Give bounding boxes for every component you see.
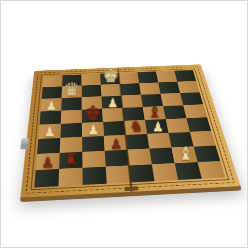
square-b2[interactable]: ♜	[59, 152, 82, 169]
square-d4[interactable]	[103, 121, 126, 136]
square-c1[interactable]	[82, 167, 106, 185]
square-e7[interactable]	[120, 83, 141, 95]
square-e3[interactable]	[126, 134, 150, 150]
square-h8[interactable]	[174, 70, 196, 82]
square-e4[interactable]: ♞	[124, 120, 147, 135]
square-h5[interactable]	[183, 104, 207, 118]
square-b1[interactable]	[59, 168, 83, 186]
piece-white-pawn-a6[interactable]: ♟	[45, 99, 56, 112]
square-d5[interactable]	[102, 108, 124, 122]
square-d1[interactable]	[106, 166, 131, 184]
piece-white-pawn-d6[interactable]: ♟	[107, 96, 118, 109]
square-f2[interactable]	[149, 148, 174, 165]
square-f1[interactable]	[152, 163, 178, 181]
square-d3[interactable]: ♟	[104, 135, 127, 151]
square-f7[interactable]	[139, 82, 160, 94]
square-a1[interactable]	[34, 169, 59, 187]
square-h4[interactable]	[186, 117, 211, 132]
square-d8[interactable]: ♚	[100, 73, 120, 85]
square-a5[interactable]	[39, 111, 61, 125]
square-e6[interactable]	[121, 95, 143, 108]
square-a3[interactable]	[37, 138, 60, 154]
piece-red-rook-b2[interactable]: ♜	[63, 152, 78, 169]
piece-white-pawn-f4[interactable]: ♟	[152, 121, 164, 134]
board-hinge	[124, 186, 138, 191]
square-e8[interactable]	[119, 72, 139, 84]
square-a8[interactable]	[43, 75, 63, 87]
square-c5[interactable]: ♚	[82, 109, 103, 123]
piece-red-bishop-f5[interactable]: ♝	[148, 104, 162, 120]
piece-red-king-c5[interactable]: ♚	[83, 103, 101, 123]
square-h7[interactable]	[177, 81, 199, 93]
square-b5[interactable]	[61, 110, 82, 124]
square-h6[interactable]	[180, 92, 203, 105]
piece-white-pawn-a4[interactable]: ♟	[43, 125, 55, 138]
square-b6[interactable]	[61, 97, 82, 110]
board-wooden-frame: ♚♛♟♟♚♝♟♟♞♟♟♟♜♝	[20, 64, 240, 197]
square-h3[interactable]	[190, 131, 216, 147]
square-e2[interactable]	[127, 149, 152, 166]
square-g4[interactable]	[166, 118, 190, 133]
square-b4[interactable]	[60, 123, 82, 138]
square-c3[interactable]	[82, 136, 105, 152]
square-c2[interactable]	[82, 151, 105, 168]
square-a2[interactable]: ♟	[36, 153, 60, 170]
square-c7[interactable]	[81, 85, 101, 97]
square-f5[interactable]: ♝	[143, 106, 166, 120]
square-a6[interactable]: ♟	[41, 98, 62, 111]
piece-red-knight-e4[interactable]: ♞	[129, 119, 143, 134]
square-f8[interactable]	[137, 72, 158, 84]
square-c8[interactable]	[81, 74, 100, 86]
square-f3[interactable]	[147, 133, 171, 149]
square-h2[interactable]	[194, 145, 221, 162]
square-b7[interactable]: ♛	[62, 86, 82, 99]
piece-white-bishop-g2[interactable]: ♝	[178, 146, 194, 163]
chess-board: ♚♛♟♟♚♝♟♟♞♟♟♟♜♝	[20, 64, 240, 197]
square-d2[interactable]	[105, 150, 129, 167]
board-brass-latch-icon	[21, 138, 29, 148]
piece-red-pawn-d3[interactable]: ♟	[110, 137, 122, 151]
square-f4[interactable]: ♟	[145, 119, 169, 134]
square-c4[interactable]: ♟	[82, 122, 104, 137]
square-e1[interactable]	[129, 164, 155, 182]
piece-white-pawn-c4[interactable]: ♟	[87, 123, 99, 136]
square-a4[interactable]: ♟	[38, 124, 60, 139]
piece-white-king-d8[interactable]: ♚	[102, 67, 118, 85]
square-h1[interactable]	[198, 161, 226, 179]
piece-white-queen-b7[interactable]: ♛	[64, 80, 80, 98]
square-d6[interactable]: ♟	[101, 96, 122, 109]
piece-red-pawn-a2[interactable]: ♟	[41, 156, 54, 170]
